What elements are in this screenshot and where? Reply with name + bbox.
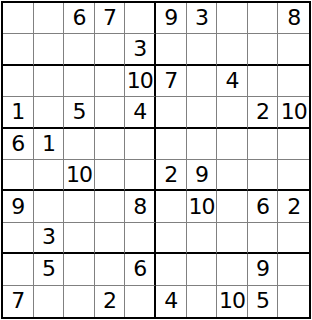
- cell-r9c3-empty[interactable]: [64, 254, 95, 285]
- cell-r9c6-empty[interactable]: [156, 254, 187, 285]
- cell-r9c1-empty[interactable]: [3, 254, 34, 285]
- cell-r9c10-empty[interactable]: [278, 254, 309, 285]
- cell-r1c2-empty[interactable]: [34, 3, 65, 34]
- cell-r7c4-empty[interactable]: [95, 191, 126, 222]
- cell-r2c5-given[interactable]: 3: [125, 34, 156, 65]
- cell-r3c9-empty[interactable]: [248, 66, 279, 97]
- cell-r8c10-empty[interactable]: [278, 223, 309, 254]
- cell-r8c6-empty[interactable]: [156, 223, 187, 254]
- cell-r10c10-empty[interactable]: [278, 286, 309, 317]
- cell-r6c9-empty[interactable]: [248, 160, 279, 191]
- sudoku-page: 67938310741542106110299810623569724105: [0, 0, 312, 320]
- cell-r4c6-empty[interactable]: [156, 97, 187, 128]
- cell-r3c7-empty[interactable]: [187, 66, 218, 97]
- cell-r3c3-empty[interactable]: [64, 66, 95, 97]
- cell-r2c3-empty[interactable]: [64, 34, 95, 65]
- cell-r7c3-empty[interactable]: [64, 191, 95, 222]
- cell-r5c5-empty[interactable]: [125, 129, 156, 160]
- cell-r8c8-empty[interactable]: [217, 223, 248, 254]
- cell-r5c4-empty[interactable]: [95, 129, 126, 160]
- cell-r4c3-given[interactable]: 5: [64, 97, 95, 128]
- cell-r5c7-empty[interactable]: [187, 129, 218, 160]
- cell-r6c6-given[interactable]: 2: [156, 160, 187, 191]
- cell-r5c9-empty[interactable]: [248, 129, 279, 160]
- cell-r10c2-empty[interactable]: [34, 286, 65, 317]
- cell-r4c8-empty[interactable]: [217, 97, 248, 128]
- cell-r1c4-given[interactable]: 7: [95, 3, 126, 34]
- cell-r1c1-empty[interactable]: [3, 3, 34, 34]
- cell-r3c6-given[interactable]: 7: [156, 66, 187, 97]
- cell-r1c7-given[interactable]: 3: [187, 3, 218, 34]
- cell-r2c9-empty[interactable]: [248, 34, 279, 65]
- cell-r6c8-empty[interactable]: [217, 160, 248, 191]
- cell-r2c7-empty[interactable]: [187, 34, 218, 65]
- cell-r5c2-given[interactable]: 1: [34, 129, 65, 160]
- cell-r4c7-empty[interactable]: [187, 97, 218, 128]
- cell-r9c8-empty[interactable]: [217, 254, 248, 285]
- cell-r10c5-empty[interactable]: [125, 286, 156, 317]
- cell-r2c4-empty[interactable]: [95, 34, 126, 65]
- cell-r1c3-given[interactable]: 6: [64, 3, 95, 34]
- cell-r5c6-empty[interactable]: [156, 129, 187, 160]
- cell-r4c10-given[interactable]: 10: [278, 97, 309, 128]
- cell-r1c10-given[interactable]: 8: [278, 3, 309, 34]
- cell-r4c2-empty[interactable]: [34, 97, 65, 128]
- cell-r8c9-empty[interactable]: [248, 223, 279, 254]
- cell-r8c2-given[interactable]: 3: [34, 223, 65, 254]
- cell-r5c10-empty[interactable]: [278, 129, 309, 160]
- cell-r6c4-empty[interactable]: [95, 160, 126, 191]
- cell-r7c6-empty[interactable]: [156, 191, 187, 222]
- cell-r9c4-empty[interactable]: [95, 254, 126, 285]
- cell-r3c10-empty[interactable]: [278, 66, 309, 97]
- cell-r9c5-given[interactable]: 6: [125, 254, 156, 285]
- cell-r7c1-given[interactable]: 9: [3, 191, 34, 222]
- cell-r7c10-given[interactable]: 2: [278, 191, 309, 222]
- cell-r9c2-given[interactable]: 5: [34, 254, 65, 285]
- cell-r6c5-empty[interactable]: [125, 160, 156, 191]
- cell-r8c1-empty[interactable]: [3, 223, 34, 254]
- cell-r4c9-given[interactable]: 2: [248, 97, 279, 128]
- cell-r6c1-empty[interactable]: [3, 160, 34, 191]
- cell-r4c5-given[interactable]: 4: [125, 97, 156, 128]
- cell-r3c8-given[interactable]: 4: [217, 66, 248, 97]
- cell-r7c5-given[interactable]: 8: [125, 191, 156, 222]
- cell-r10c9-given[interactable]: 5: [248, 286, 279, 317]
- cell-r8c5-empty[interactable]: [125, 223, 156, 254]
- cell-r1c5-empty[interactable]: [125, 3, 156, 34]
- cell-r5c1-given[interactable]: 6: [3, 129, 34, 160]
- cell-r10c3-empty[interactable]: [64, 286, 95, 317]
- cell-r5c3-empty[interactable]: [64, 129, 95, 160]
- cell-r9c7-empty[interactable]: [187, 254, 218, 285]
- cell-r10c8-given[interactable]: 10: [217, 286, 248, 317]
- cell-r2c8-empty[interactable]: [217, 34, 248, 65]
- cell-r9c9-given[interactable]: 9: [248, 254, 279, 285]
- cell-r8c7-empty[interactable]: [187, 223, 218, 254]
- cell-r8c4-empty[interactable]: [95, 223, 126, 254]
- cell-r7c7-given[interactable]: 10: [187, 191, 218, 222]
- cell-r6c7-given[interactable]: 9: [187, 160, 218, 191]
- cell-r5c8-empty[interactable]: [217, 129, 248, 160]
- cell-r2c10-empty[interactable]: [278, 34, 309, 65]
- cell-r10c4-given[interactable]: 2: [95, 286, 126, 317]
- cell-r4c4-empty[interactable]: [95, 97, 126, 128]
- cell-r7c8-empty[interactable]: [217, 191, 248, 222]
- cell-r1c6-given[interactable]: 9: [156, 3, 187, 34]
- cell-r7c9-given[interactable]: 6: [248, 191, 279, 222]
- sudoku-board: 67938310741542106110299810623569724105: [1, 1, 311, 319]
- cell-r6c10-empty[interactable]: [278, 160, 309, 191]
- cell-r1c9-empty[interactable]: [248, 3, 279, 34]
- cell-r4c1-given[interactable]: 1: [3, 97, 34, 128]
- cell-r6c2-empty[interactable]: [34, 160, 65, 191]
- cell-r2c1-empty[interactable]: [3, 34, 34, 65]
- cell-r3c1-empty[interactable]: [3, 66, 34, 97]
- cell-r3c5-given[interactable]: 10: [125, 66, 156, 97]
- cell-r3c2-empty[interactable]: [34, 66, 65, 97]
- cell-r1c8-empty[interactable]: [217, 3, 248, 34]
- cell-r10c7-empty[interactable]: [187, 286, 218, 317]
- cell-r10c6-given[interactable]: 4: [156, 286, 187, 317]
- cell-r8c3-empty[interactable]: [64, 223, 95, 254]
- cell-r2c6-empty[interactable]: [156, 34, 187, 65]
- cell-r3c4-empty[interactable]: [95, 66, 126, 97]
- cell-r7c2-empty[interactable]: [34, 191, 65, 222]
- cell-r2c2-empty[interactable]: [34, 34, 65, 65]
- cell-r10c1-given[interactable]: 7: [3, 286, 34, 317]
- cell-r6c3-given[interactable]: 10: [64, 160, 95, 191]
